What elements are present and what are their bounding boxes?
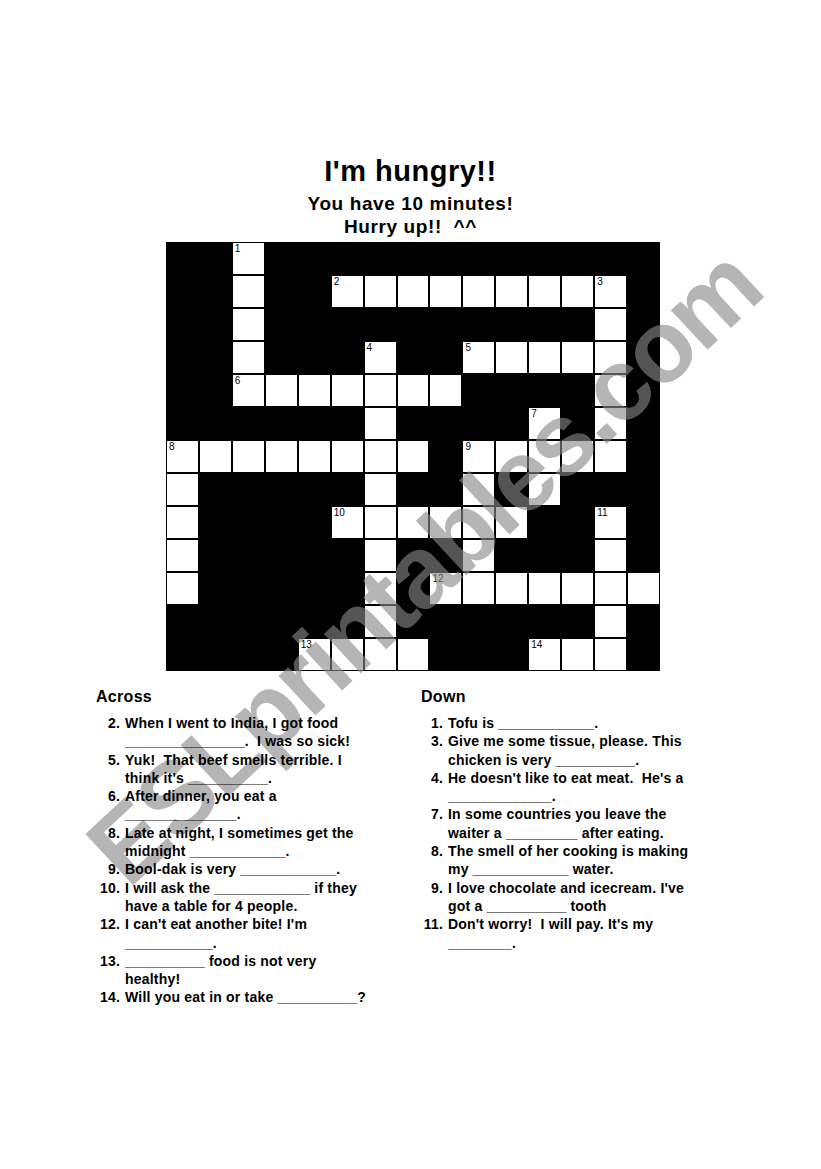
block-r11c0 xyxy=(166,605,199,638)
worksheet-page: I'm hungry!! You have 10 minutes! Hurry … xyxy=(0,0,821,1169)
cell-r2c2[interactable] xyxy=(232,308,265,341)
cell-r1c5[interactable]: 2 xyxy=(331,275,364,308)
cell-r12c11[interactable]: 14 xyxy=(528,638,561,671)
clue-num: 4. xyxy=(419,769,443,806)
block-r1c1 xyxy=(199,275,232,308)
clue-3-down: 3.Give me some tissue, please. This chic… xyxy=(419,732,764,769)
cell-r6c11[interactable] xyxy=(528,440,561,473)
cell-r12c4[interactable]: 13 xyxy=(298,638,331,671)
block-r7c3 xyxy=(265,473,298,506)
clue-text: I will ask the ____________ if they have… xyxy=(125,879,357,916)
clue-number-13: 13 xyxy=(301,639,312,651)
cell-r1c9[interactable] xyxy=(462,275,495,308)
block-r4c12 xyxy=(561,374,594,407)
block-r8c4 xyxy=(298,506,331,539)
clue-number-7: 7 xyxy=(531,408,537,420)
cell-r5c6[interactable] xyxy=(364,407,397,440)
block-r12c2 xyxy=(232,638,265,671)
block-r9c10 xyxy=(495,539,528,572)
cell-r8c0[interactable] xyxy=(166,506,199,539)
clue-text: Bool-dak is very ____________. xyxy=(125,860,340,878)
clue-text: He doesn't like to eat meat. He's a ____… xyxy=(448,769,684,806)
clue-num: 8. xyxy=(419,842,443,879)
cell-r6c12[interactable] xyxy=(561,440,594,473)
block-r4c0 xyxy=(166,374,199,407)
cell-r6c9[interactable]: 9 xyxy=(462,440,495,473)
cell-r12c5[interactable] xyxy=(331,638,364,671)
cell-r6c5[interactable] xyxy=(331,440,364,473)
clue-number-4: 4 xyxy=(367,342,373,354)
block-r7c2 xyxy=(232,473,265,506)
cell-r1c10[interactable] xyxy=(495,275,528,308)
cell-r1c6[interactable] xyxy=(364,275,397,308)
block-r11c1 xyxy=(199,605,232,638)
block-r0c14 xyxy=(627,242,660,275)
clue-num: 12. xyxy=(94,915,120,952)
across-clue-list: 2.When I went to India, I got food _____… xyxy=(94,714,416,1007)
block-r8c2 xyxy=(232,506,265,539)
block-r0c3 xyxy=(265,242,298,275)
block-r5c14 xyxy=(627,407,660,440)
clue-text: Don't worry! I will pay. It's my _______… xyxy=(448,915,653,952)
cell-r6c3[interactable] xyxy=(265,440,298,473)
block-r7c13 xyxy=(594,473,627,506)
block-r2c9 xyxy=(462,308,495,341)
clue-8-across: 8.Late at night, I sometimes get the mid… xyxy=(94,824,416,861)
cell-r3c12[interactable] xyxy=(561,341,594,374)
subtitle-line1: You have 10 minutes! xyxy=(0,193,821,215)
block-r3c14 xyxy=(627,341,660,374)
block-r0c5 xyxy=(331,242,364,275)
clue-6-across: 6.After dinner, you eat a ______________… xyxy=(94,787,416,824)
clue-text: Tofu is ____________. xyxy=(448,714,598,732)
block-r11c11 xyxy=(528,605,561,638)
block-r12c3 xyxy=(265,638,298,671)
cell-r5c11[interactable]: 7 xyxy=(528,407,561,440)
block-r2c8 xyxy=(429,308,462,341)
clue-10-across: 10.I will ask the ____________ if they h… xyxy=(94,879,416,916)
clue-text: Yuk! That beef smells terrible. I think … xyxy=(125,751,342,788)
clue-8-down: 8.The smell of her cooking is making my … xyxy=(419,842,764,879)
cell-r4c2[interactable]: 6 xyxy=(232,374,265,407)
block-r4c9 xyxy=(462,374,495,407)
block-r8c11 xyxy=(528,506,561,539)
clue-number-8: 8 xyxy=(169,441,175,453)
cell-r10c13[interactable] xyxy=(594,572,627,605)
block-r4c14 xyxy=(627,374,660,407)
block-r5c9 xyxy=(462,407,495,440)
block-r5c2 xyxy=(232,407,265,440)
clue-12-across: 12.I can't eat another bite! I'm _______… xyxy=(94,915,416,952)
cell-r8c9[interactable] xyxy=(462,506,495,539)
block-r11c2 xyxy=(232,605,265,638)
clue-text: I love chocolate and icecream. I've got … xyxy=(448,879,684,916)
block-r3c1 xyxy=(199,341,232,374)
block-r2c3 xyxy=(265,308,298,341)
block-r9c5 xyxy=(331,539,364,572)
block-r9c12 xyxy=(561,539,594,572)
cell-r8c5[interactable]: 10 xyxy=(331,506,364,539)
cell-r7c6[interactable] xyxy=(364,473,397,506)
cell-r10c0[interactable] xyxy=(166,572,199,605)
subtitle-line2: Hurry up!! ^^ xyxy=(0,216,821,238)
clue-5-across: 5.Yuk! That beef smells terrible. I thin… xyxy=(94,751,416,788)
block-r9c11 xyxy=(528,539,561,572)
block-r0c7 xyxy=(397,242,430,275)
clue-number-11: 11 xyxy=(597,507,607,519)
block-r0c9 xyxy=(462,242,495,275)
cell-r1c8[interactable] xyxy=(429,275,462,308)
block-r11c3 xyxy=(265,605,298,638)
cell-r9c0[interactable] xyxy=(166,539,199,572)
block-r2c11 xyxy=(528,308,561,341)
clue-number-5: 5 xyxy=(465,342,471,354)
down-header: Down xyxy=(421,688,764,706)
cell-r4c5[interactable] xyxy=(331,374,364,407)
clue-num: 6. xyxy=(94,787,120,824)
cell-r8c10[interactable] xyxy=(495,506,528,539)
block-r10c7 xyxy=(397,572,430,605)
clue-1-down: 1.Tofu is ____________. xyxy=(419,714,764,732)
block-r5c0 xyxy=(166,407,199,440)
block-r2c0 xyxy=(166,308,199,341)
block-r11c8 xyxy=(429,605,462,638)
clue-text: In some countries you leave the waiter a… xyxy=(448,805,667,842)
block-r5c3 xyxy=(265,407,298,440)
clue-text: __________ food is not very healthy! xyxy=(125,952,316,989)
cell-r6c1[interactable] xyxy=(199,440,232,473)
block-r0c4 xyxy=(298,242,331,275)
block-r3c4 xyxy=(298,341,331,374)
clue-text: Late at night, I sometimes get the midni… xyxy=(125,824,354,861)
block-r4c11 xyxy=(528,374,561,407)
cell-r10c9[interactable] xyxy=(462,572,495,605)
clue-number-9: 9 xyxy=(465,441,471,453)
cell-r8c8[interactable] xyxy=(429,506,462,539)
block-r9c1 xyxy=(199,539,232,572)
cell-r6c4[interactable] xyxy=(298,440,331,473)
block-r7c7 xyxy=(397,473,430,506)
block-r5c4 xyxy=(298,407,331,440)
cell-r0c2[interactable]: 1 xyxy=(232,242,265,275)
block-r6c14 xyxy=(627,440,660,473)
clue-7-down: 7.In some countries you leave the waiter… xyxy=(419,805,764,842)
clue-num: 7. xyxy=(419,805,443,842)
block-r1c3 xyxy=(265,275,298,308)
clue-num: 9. xyxy=(419,879,443,916)
cell-r10c8[interactable]: 12 xyxy=(429,572,462,605)
cell-r1c11[interactable] xyxy=(528,275,561,308)
block-r11c9 xyxy=(462,605,495,638)
block-r12c8 xyxy=(429,638,462,671)
cell-r9c13[interactable] xyxy=(594,539,627,572)
cell-r6c0[interactable]: 8 xyxy=(166,440,199,473)
cell-r9c6[interactable] xyxy=(364,539,397,572)
clue-text: After dinner, you eat a ______________. xyxy=(125,787,277,824)
block-r7c4 xyxy=(298,473,331,506)
across-section: Across 2.When I went to India, I got foo… xyxy=(94,688,416,1007)
block-r12c10 xyxy=(495,638,528,671)
clue-num: 14. xyxy=(94,988,120,1006)
cell-r1c7[interactable] xyxy=(397,275,430,308)
cell-r4c13[interactable] xyxy=(594,374,627,407)
block-r10c3 xyxy=(265,572,298,605)
cell-r12c6[interactable] xyxy=(364,638,397,671)
block-r3c3 xyxy=(265,341,298,374)
clue-number-3: 3 xyxy=(597,276,603,288)
block-r11c14 xyxy=(627,605,660,638)
cell-r4c8[interactable] xyxy=(429,374,462,407)
block-r0c6 xyxy=(364,242,397,275)
block-r11c5 xyxy=(331,605,364,638)
cell-r12c12[interactable] xyxy=(561,638,594,671)
block-r0c0 xyxy=(166,242,199,275)
cell-r5c13[interactable] xyxy=(594,407,627,440)
cell-r3c13[interactable] xyxy=(594,341,627,374)
block-r7c5 xyxy=(331,473,364,506)
clue-4-down: 4.He doesn't like to eat meat. He's a __… xyxy=(419,769,764,806)
block-r9c3 xyxy=(265,539,298,572)
block-r8c3 xyxy=(265,506,298,539)
clue-num: 13. xyxy=(94,952,120,989)
clue-num: 10. xyxy=(94,879,120,916)
block-r1c0 xyxy=(166,275,199,308)
cell-r1c12[interactable] xyxy=(561,275,594,308)
clue-text: I can't eat another bite! I'm __________… xyxy=(125,915,307,952)
block-r0c1 xyxy=(199,242,232,275)
crossword-grid: 1234567891011121314 xyxy=(166,242,660,671)
down-section: Down 1.Tofu is ____________.3.Give me so… xyxy=(419,688,764,952)
block-r2c14 xyxy=(627,308,660,341)
block-r11c12 xyxy=(561,605,594,638)
cell-r10c11[interactable] xyxy=(528,572,561,605)
block-r2c12 xyxy=(561,308,594,341)
block-r5c8 xyxy=(429,407,462,440)
cell-r6c2[interactable] xyxy=(232,440,265,473)
block-r5c12 xyxy=(561,407,594,440)
cell-r1c2[interactable] xyxy=(232,275,265,308)
cell-r1c13[interactable]: 3 xyxy=(594,275,627,308)
block-r7c12 xyxy=(561,473,594,506)
block-r2c6 xyxy=(364,308,397,341)
block-r3c7 xyxy=(397,341,430,374)
cell-r11c6[interactable] xyxy=(364,605,397,638)
block-r10c2 xyxy=(232,572,265,605)
clue-num: 5. xyxy=(94,751,120,788)
block-r4c10 xyxy=(495,374,528,407)
cell-r7c11[interactable] xyxy=(528,473,561,506)
clue-number-6: 6 xyxy=(235,375,241,387)
cell-r3c10[interactable] xyxy=(495,341,528,374)
cell-r10c10[interactable] xyxy=(495,572,528,605)
block-r0c8 xyxy=(429,242,462,275)
block-r1c14 xyxy=(627,275,660,308)
cell-r10c14[interactable] xyxy=(627,572,660,605)
block-r5c10 xyxy=(495,407,528,440)
block-r11c10 xyxy=(495,605,528,638)
block-r9c7 xyxy=(397,539,430,572)
cell-r7c0[interactable] xyxy=(166,473,199,506)
clue-text: Will you eat in or take __________? xyxy=(125,988,366,1006)
block-r2c10 xyxy=(495,308,528,341)
block-r0c11 xyxy=(528,242,561,275)
clue-14-across: 14.Will you eat in or take __________? xyxy=(94,988,416,1006)
block-r9c2 xyxy=(232,539,265,572)
block-r11c4 xyxy=(298,605,331,638)
cell-r12c13[interactable] xyxy=(594,638,627,671)
block-r5c1 xyxy=(199,407,232,440)
cell-r8c6[interactable] xyxy=(364,506,397,539)
block-r10c5 xyxy=(331,572,364,605)
clue-number-1: 1 xyxy=(235,243,241,255)
cell-r6c6[interactable] xyxy=(364,440,397,473)
block-r12c0 xyxy=(166,638,199,671)
clue-num: 3. xyxy=(419,732,443,769)
block-r7c1 xyxy=(199,473,232,506)
block-r8c14 xyxy=(627,506,660,539)
block-r5c5 xyxy=(331,407,364,440)
cell-r3c11[interactable] xyxy=(528,341,561,374)
block-r0c13 xyxy=(594,242,627,275)
cell-r4c3[interactable] xyxy=(265,374,298,407)
block-r0c12 xyxy=(561,242,594,275)
block-r6c8 xyxy=(429,440,462,473)
cell-r3c2[interactable] xyxy=(232,341,265,374)
block-r9c14 xyxy=(627,539,660,572)
clue-number-10: 10 xyxy=(334,507,345,519)
cell-r3c6[interactable]: 4 xyxy=(364,341,397,374)
clue-number-2: 2 xyxy=(334,276,340,288)
block-r9c4 xyxy=(298,539,331,572)
block-r7c10 xyxy=(495,473,528,506)
block-r10c4 xyxy=(298,572,331,605)
cell-r6c7[interactable] xyxy=(397,440,430,473)
block-r8c12 xyxy=(561,506,594,539)
cell-r8c7[interactable] xyxy=(397,506,430,539)
cell-r4c4[interactable] xyxy=(298,374,331,407)
cell-r9c9[interactable] xyxy=(462,539,495,572)
clue-11-down: 11.Don't worry! I will pay. It's my ____… xyxy=(419,915,764,952)
block-r0c10 xyxy=(495,242,528,275)
cell-r8c13[interactable]: 11 xyxy=(594,506,627,539)
block-r7c8 xyxy=(429,473,462,506)
down-clue-list: 1.Tofu is ____________.3.Give me some ti… xyxy=(419,714,764,952)
block-r3c0 xyxy=(166,341,199,374)
block-r10c1 xyxy=(199,572,232,605)
block-r12c9 xyxy=(462,638,495,671)
block-r1c4 xyxy=(298,275,331,308)
block-r7c14 xyxy=(627,473,660,506)
block-r3c8 xyxy=(429,341,462,374)
block-r11c7 xyxy=(397,605,430,638)
clue-text: The smell of her cooking is making my __… xyxy=(448,842,688,879)
cell-r4c7[interactable] xyxy=(397,374,430,407)
block-r2c4 xyxy=(298,308,331,341)
cell-r10c6[interactable] xyxy=(364,572,397,605)
page-title: I'm hungry!! xyxy=(0,155,821,188)
clue-num: 11. xyxy=(419,915,443,952)
block-r2c7 xyxy=(397,308,430,341)
clue-text: Give me some tissue, please. This chicke… xyxy=(448,732,682,769)
cell-r6c13[interactable] xyxy=(594,440,627,473)
cell-r11c13[interactable] xyxy=(594,605,627,638)
block-r2c1 xyxy=(199,308,232,341)
cell-r2c13[interactable] xyxy=(594,308,627,341)
clue-13-across: 13.__________ food is not very healthy! xyxy=(94,952,416,989)
cell-r6c10[interactable] xyxy=(495,440,528,473)
block-r5c7 xyxy=(397,407,430,440)
cell-r12c7[interactable] xyxy=(397,638,430,671)
block-r3c5 xyxy=(331,341,364,374)
clue-text: When I went to India, I got food _______… xyxy=(125,714,350,751)
clue-num: 9. xyxy=(94,860,120,878)
clue-9-across: 9.Bool-dak is very ____________. xyxy=(94,860,416,878)
cell-r3c9[interactable]: 5 xyxy=(462,341,495,374)
cell-r10c12[interactable] xyxy=(561,572,594,605)
block-r4c1 xyxy=(199,374,232,407)
block-r9c8 xyxy=(429,539,462,572)
cell-r4c6[interactable] xyxy=(364,374,397,407)
block-r12c1 xyxy=(199,638,232,671)
clue-number-14: 14 xyxy=(531,639,542,651)
clue-9-down: 9.I love chocolate and icecream. I've go… xyxy=(419,879,764,916)
clue-num: 1. xyxy=(419,714,443,732)
block-r8c1 xyxy=(199,506,232,539)
clue-number-12: 12 xyxy=(432,573,443,585)
block-r12c14 xyxy=(627,638,660,671)
cell-r7c9[interactable] xyxy=(462,473,495,506)
clue-num: 2. xyxy=(94,714,120,751)
clue-2-across: 2.When I went to India, I got food _____… xyxy=(94,714,416,751)
across-header: Across xyxy=(96,688,416,706)
block-r2c5 xyxy=(331,308,364,341)
clue-num: 8. xyxy=(94,824,120,861)
